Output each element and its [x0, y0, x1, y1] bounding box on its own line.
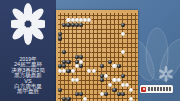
star-point — [122, 29, 123, 30]
board-grid — [58, 13, 138, 101]
board-cell — [133, 97, 137, 101]
game-title-block: 2019年 24届三星杯 决赛3番棋2局 黑方杨鼎新 VS 白方唐韦星 黑中盘胜 — [0, 57, 56, 95]
watermark-banner — [140, 85, 173, 93]
banner-illegible-text — [148, 87, 171, 91]
star-point — [72, 56, 73, 57]
go-board — [56, 10, 138, 101]
screen: 2019年 24届三星杯 决赛3番棋2局 黑方杨鼎新 VS 白方唐韦星 黑中盘胜 — [0, 0, 180, 101]
snowflake-flower-logo — [11, 2, 45, 48]
info-panel: 2019年 24届三星杯 决赛3番棋2局 黑方杨鼎新 VS 白方唐韦星 黑中盘胜 — [0, 0, 56, 101]
star-point — [72, 84, 73, 85]
result-label: 黑中盘胜 — [0, 89, 56, 94]
small-snowflake-watermark — [158, 66, 174, 82]
star-point — [72, 29, 73, 30]
star-point — [97, 56, 98, 57]
star-point — [97, 84, 98, 85]
banner-logo-icon — [141, 87, 146, 92]
star-point — [122, 56, 123, 57]
star-point — [97, 29, 98, 30]
